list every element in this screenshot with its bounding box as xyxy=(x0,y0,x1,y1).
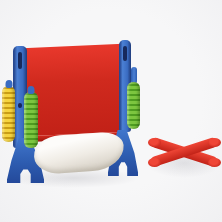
ring-stack-green-left xyxy=(24,92,38,148)
base-end-disc xyxy=(148,158,161,167)
base-end-disc xyxy=(208,158,221,167)
ring-stack-green-right xyxy=(127,82,140,129)
post-slot-icon xyxy=(18,103,22,108)
post-slot-icon xyxy=(18,52,22,69)
base-end-disc xyxy=(208,138,221,147)
product-photo-scene xyxy=(0,0,222,222)
stack-cap xyxy=(5,80,12,88)
base-end-disc xyxy=(148,138,161,147)
ring-stack-yellow xyxy=(2,86,15,142)
post-slot-icon xyxy=(123,46,127,62)
stack-cap xyxy=(28,86,35,94)
